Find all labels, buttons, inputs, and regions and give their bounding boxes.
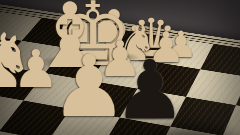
white-pawn: ♟ [46,44,132,130]
white-bishop: ♝ [78,1,151,74]
white-pawn: ♟ [163,27,199,63]
white-knight: ♞ [112,20,160,68]
white-pawn: ♟ [10,43,62,95]
white-king: ♚ [49,0,137,80]
black-pawn: ♟ [109,50,190,131]
white-pawn: ♟ [145,27,187,69]
white-queen: ♛ [122,11,180,69]
chess-photo-frame: ♞♟♝♚♝♟♞♛♟♟♟♟ [0,0,240,135]
white-knight: ♞ [0,24,40,99]
white-bishop: ♝ [25,0,115,82]
white-pawn: ♟ [95,35,144,84]
pieces-layer: ♞♟♝♚♝♟♞♛♟♟♟♟ [0,0,240,135]
